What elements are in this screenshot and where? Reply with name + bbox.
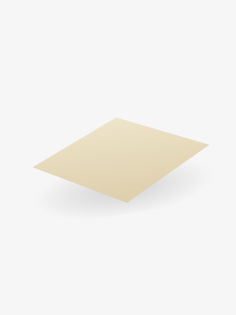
product-photo[interactable]: [0, 0, 236, 315]
